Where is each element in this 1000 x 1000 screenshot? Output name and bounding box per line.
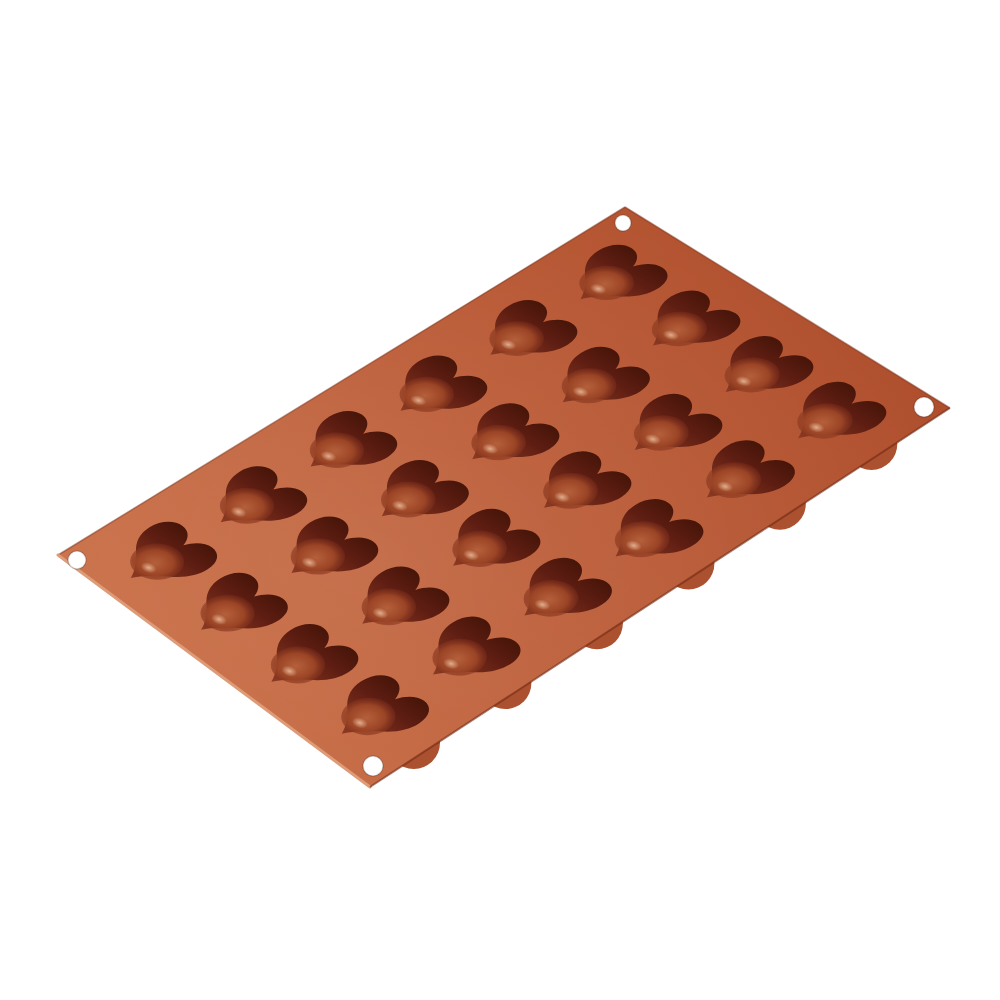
- left-corner-hole: [68, 551, 86, 569]
- bottom-corner-hole: [363, 756, 383, 776]
- silicone-mold: [58, 207, 950, 787]
- right-corner-hole: [914, 397, 934, 417]
- mold-illustration: [0, 0, 1000, 1000]
- product-photo: [0, 0, 1000, 1000]
- top-corner-hole: [615, 215, 631, 231]
